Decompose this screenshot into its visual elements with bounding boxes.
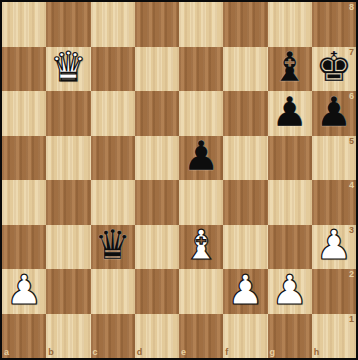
square-a4[interactable] [2,180,46,225]
square-b3[interactable] [46,225,90,270]
black-king[interactable]: ♚ [315,47,352,88]
square-d2[interactable] [135,269,179,314]
rank-label-5: 5 [349,137,354,146]
square-e7[interactable] [179,47,223,92]
file-label-b: b [48,348,54,357]
square-e4[interactable] [179,180,223,225]
square-d7[interactable] [135,47,179,92]
square-c4[interactable] [91,180,135,225]
square-c8[interactable] [91,2,135,47]
square-a5[interactable] [2,136,46,181]
file-label-f: f [225,348,228,357]
square-h5[interactable]: 5 [312,136,356,181]
square-b6[interactable] [46,91,90,136]
square-d6[interactable] [135,91,179,136]
square-g6[interactable]: ♟ [268,91,312,136]
square-e3[interactable]: ♝ [179,225,223,270]
white-bishop[interactable]: ♝ [183,225,220,266]
square-h6[interactable]: 6♟ [312,91,356,136]
square-g1[interactable]: g [268,314,312,359]
square-b2[interactable] [46,269,90,314]
square-h8[interactable]: 8 [312,2,356,47]
square-f1[interactable]: f [223,314,267,359]
square-g7[interactable]: ♝ [268,47,312,92]
square-d8[interactable] [135,2,179,47]
square-c1[interactable]: c [91,314,135,359]
square-h4[interactable]: 4 [312,180,356,225]
square-b5[interactable] [46,136,90,181]
square-f6[interactable] [223,91,267,136]
square-h2[interactable]: 2 [312,269,356,314]
white-pawn[interactable]: ♟ [227,270,264,311]
file-label-a: a [4,348,9,357]
square-c2[interactable] [91,269,135,314]
square-e2[interactable] [179,269,223,314]
file-label-d: d [137,348,143,357]
square-h1[interactable]: h1 [312,314,356,359]
square-a1[interactable]: a [2,314,46,359]
square-e5[interactable]: ♟ [179,136,223,181]
square-d4[interactable] [135,180,179,225]
square-h3[interactable]: 3♟ [312,225,356,270]
rank-label-7: 7 [349,48,354,57]
square-e6[interactable] [179,91,223,136]
square-a8[interactable] [2,2,46,47]
file-label-h: h [314,348,320,357]
square-e8[interactable] [179,2,223,47]
black-pawn[interactable]: ♟ [271,92,308,133]
black-pawn[interactable]: ♟ [315,92,352,133]
square-b1[interactable]: b [46,314,90,359]
file-label-e: e [181,348,186,357]
square-c5[interactable] [91,136,135,181]
white-pawn[interactable]: ♟ [271,270,308,311]
white-pawn[interactable]: ♟ [6,270,43,311]
square-a6[interactable] [2,91,46,136]
square-b4[interactable] [46,180,90,225]
square-c7[interactable] [91,47,135,92]
rank-label-3: 3 [349,226,354,235]
chessboard: 8♛♝7♚♟6♟♟54♛♝3♟♟♟♟2abcdefgh1 [0,0,358,360]
square-g5[interactable] [268,136,312,181]
square-h7[interactable]: 7♚ [312,47,356,92]
square-f5[interactable] [223,136,267,181]
square-a2[interactable]: ♟ [2,269,46,314]
square-f2[interactable]: ♟ [223,269,267,314]
square-g2[interactable]: ♟ [268,269,312,314]
black-pawn[interactable]: ♟ [183,136,220,177]
square-f4[interactable] [223,180,267,225]
file-label-g: g [270,348,276,357]
square-d3[interactable] [135,225,179,270]
square-c3[interactable]: ♛ [91,225,135,270]
board-grid: 8♛♝7♚♟6♟♟54♛♝3♟♟♟♟2abcdefgh1 [2,2,356,358]
square-g3[interactable] [268,225,312,270]
square-f8[interactable] [223,2,267,47]
square-f7[interactable] [223,47,267,92]
rank-label-8: 8 [349,3,354,12]
square-b8[interactable] [46,2,90,47]
square-d1[interactable]: d [135,314,179,359]
rank-label-6: 6 [349,92,354,101]
square-a7[interactable] [2,47,46,92]
square-c6[interactable] [91,91,135,136]
square-g4[interactable] [268,180,312,225]
rank-label-4: 4 [349,181,354,190]
rank-label-2: 2 [349,270,354,279]
square-b7[interactable]: ♛ [46,47,90,92]
white-queen[interactable]: ♛ [50,47,87,88]
square-g8[interactable] [268,2,312,47]
black-bishop[interactable]: ♝ [271,47,308,88]
square-a3[interactable] [2,225,46,270]
square-d5[interactable] [135,136,179,181]
white-pawn[interactable]: ♟ [315,225,352,266]
file-label-c: c [93,348,98,357]
square-e1[interactable]: e [179,314,223,359]
square-f3[interactable] [223,225,267,270]
black-queen[interactable]: ♛ [94,225,131,266]
rank-label-1: 1 [349,315,354,324]
